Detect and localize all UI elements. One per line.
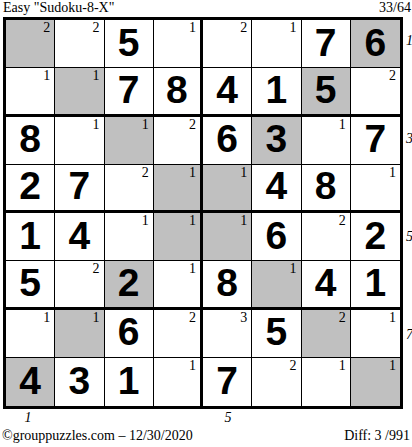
candidate-count-mark: 2 — [93, 261, 100, 276]
given-digit: 8 — [302, 165, 350, 210]
cell-r2c1[interactable]: 1 — [6, 68, 55, 116]
given-digit: 7 — [55, 165, 103, 210]
given-digit: 8 — [154, 68, 200, 113]
cell-r6c6[interactable]: 1 — [252, 261, 301, 309]
given-digit: 4 — [55, 213, 103, 260]
candidate-count-mark: 1 — [189, 165, 196, 180]
cell-r8c4[interactable]: 1 — [154, 358, 203, 406]
col-label-1: 1 — [22, 410, 34, 426]
candidate-count-mark: 1 — [389, 358, 396, 373]
given-digit: 1 — [252, 68, 300, 113]
cell-r5c2[interactable]: 4 — [55, 213, 104, 261]
cell-r5c1[interactable]: 1 — [6, 213, 55, 261]
given-digit: 7 — [351, 117, 400, 164]
candidate-count-mark: 1 — [93, 310, 100, 325]
cell-r4c1[interactable]: 2 — [6, 165, 55, 213]
cell-r5c6[interactable]: 6 — [252, 213, 301, 261]
candidate-count-mark: 1 — [389, 165, 396, 180]
cell-r2c6[interactable]: 1 — [252, 68, 301, 116]
given-digit: 3 — [55, 358, 103, 406]
cell-r6c1[interactable]: 5 — [6, 261, 55, 309]
given-digit: 5 — [105, 20, 153, 67]
given-digit: 2 — [105, 261, 153, 306]
cell-r3c6[interactable]: 3 — [252, 117, 301, 165]
row-label-7: 7 — [406, 327, 412, 343]
cell-r5c8[interactable]: 2 — [351, 213, 400, 261]
cell-r1c7[interactable]: 7 — [302, 20, 351, 68]
cell-r2c3[interactable]: 7 — [105, 68, 154, 116]
cell-r8c3[interactable]: 1 — [105, 358, 154, 406]
given-digit: 7 — [302, 20, 350, 67]
cell-r6c7[interactable]: 4 — [302, 261, 351, 309]
candidate-count-mark: 1 — [240, 213, 247, 228]
candidate-count-mark: 2 — [142, 165, 149, 180]
candidate-count-mark: 1 — [189, 261, 196, 276]
given-digit: 8 — [6, 117, 54, 164]
given-digit: 2 — [351, 213, 400, 260]
given-digit: 8 — [203, 261, 251, 306]
cell-r8c2[interactable]: 3 — [55, 358, 104, 406]
cell-r3c4[interactable]: 2 — [154, 117, 203, 165]
cell-r4c7[interactable]: 8 — [302, 165, 351, 213]
cell-r6c2[interactable]: 2 — [55, 261, 104, 309]
candidate-count-mark: 1 — [142, 117, 149, 132]
cell-r8c1[interactable]: 4 — [6, 358, 55, 406]
given-digit: 5 — [302, 68, 350, 113]
cell-r4c5[interactable]: 1 — [203, 165, 252, 213]
cell-r7c8[interactable]: 1 — [351, 310, 400, 358]
cell-r2c5[interactable]: 4 — [203, 68, 252, 116]
candidate-count-mark: 1 — [290, 261, 297, 276]
candidate-count-mark: 1 — [189, 213, 196, 228]
candidate-count-mark: 2 — [189, 117, 196, 132]
cell-r7c2[interactable]: 1 — [55, 310, 104, 358]
candidate-count-mark: 2 — [389, 68, 396, 83]
cell-r8c5[interactable]: 7 — [203, 358, 252, 406]
cell-r4c2[interactable]: 7 — [55, 165, 104, 213]
cell-r6c8[interactable]: 1 — [351, 261, 400, 309]
cell-r1c2[interactable]: 2 — [55, 20, 104, 68]
cell-r7c5[interactable]: 3 — [203, 310, 252, 358]
cell-r3c1[interactable]: 8 — [6, 117, 55, 165]
cell-r7c7[interactable]: 2 — [302, 310, 351, 358]
cell-r3c2[interactable]: 1 — [55, 117, 104, 165]
given-digit: 4 — [6, 358, 54, 406]
given-digit: 6 — [105, 310, 153, 357]
cell-r1c6[interactable]: 1 — [252, 20, 301, 68]
cell-r5c4[interactable]: 1 — [154, 213, 203, 261]
difficulty-text: Diff: 3 /991 — [344, 428, 410, 444]
candidate-count-mark: 2 — [290, 358, 297, 373]
copyright-text: ©grouppuzzles.com – 12/30/2020 — [2, 428, 193, 444]
cell-r2c2[interactable]: 1 — [55, 68, 104, 116]
cell-r6c3[interactable]: 2 — [105, 261, 154, 309]
page-title: Easy "Sudoku-8-X" — [3, 0, 114, 16]
cell-r3c7[interactable]: 1 — [302, 117, 351, 165]
candidate-count-mark: 1 — [339, 358, 346, 373]
sudoku-board: 2251217611784152811263172721148114111622… — [3, 17, 403, 409]
cell-r5c7[interactable]: 2 — [302, 213, 351, 261]
given-digit: 1 — [6, 213, 54, 260]
cell-r7c1[interactable]: 1 — [6, 310, 55, 358]
candidate-count-mark: 2 — [339, 310, 346, 325]
cell-r2c7[interactable]: 5 — [302, 68, 351, 116]
cell-r8c8[interactable]: 1 — [351, 358, 400, 406]
given-digit: 1 — [105, 358, 153, 406]
puzzle-page: Easy "Sudoku-8-X" 33/64 2251217611784152… — [0, 0, 412, 447]
candidate-count-mark: 1 — [93, 68, 100, 83]
cell-r1c8[interactable]: 6 — [351, 20, 400, 68]
given-digit: 2 — [6, 165, 54, 210]
candidate-count-mark: 2 — [240, 20, 247, 35]
candidate-count-mark: 1 — [142, 213, 149, 228]
cell-r5c5[interactable]: 1 — [203, 213, 252, 261]
cell-r6c4[interactable]: 1 — [154, 261, 203, 309]
candidate-count-mark: 1 — [189, 358, 196, 373]
given-digit: 7 — [105, 68, 153, 113]
cell-r1c5[interactable]: 2 — [203, 20, 252, 68]
cell-r7c6[interactable]: 5 — [252, 310, 301, 358]
candidate-count-mark: 1 — [240, 165, 247, 180]
given-digit: 6 — [351, 20, 400, 67]
cell-r2c4[interactable]: 8 — [154, 68, 203, 116]
cell-r3c3[interactable]: 1 — [105, 117, 154, 165]
given-digit: 4 — [252, 165, 300, 210]
cell-r3c5[interactable]: 6 — [203, 117, 252, 165]
candidate-count-mark: 1 — [93, 117, 100, 132]
given-digit: 5 — [252, 310, 300, 357]
candidate-count-mark: 1 — [189, 20, 196, 35]
candidate-count-mark: 1 — [339, 117, 346, 132]
candidate-count-mark: 2 — [189, 310, 196, 325]
cell-r7c4[interactable]: 2 — [154, 310, 203, 358]
cell-r4c3[interactable]: 2 — [105, 165, 154, 213]
cell-counter: 33/64 — [379, 0, 411, 16]
given-digit: 6 — [252, 213, 300, 260]
cell-r1c3[interactable]: 5 — [105, 20, 154, 68]
cell-r8c7[interactable]: 1 — [302, 358, 351, 406]
candidate-count-mark: 2 — [93, 20, 100, 35]
candidate-count-mark: 1 — [290, 20, 297, 35]
cell-r4c4[interactable]: 1 — [154, 165, 203, 213]
cell-r1c1[interactable]: 2 — [6, 20, 55, 68]
cell-r2c8[interactable]: 2 — [351, 68, 400, 116]
candidate-count-mark: 3 — [240, 310, 247, 325]
given-digit: 4 — [203, 68, 251, 113]
given-digit: 5 — [6, 261, 54, 306]
given-digit: 7 — [203, 358, 251, 406]
cell-r3c8[interactable]: 7 — [351, 117, 400, 165]
cell-r8c6[interactable]: 2 — [252, 358, 301, 406]
row-label-5: 5 — [406, 229, 412, 245]
candidate-count-mark: 1 — [43, 310, 50, 325]
candidate-count-mark: 2 — [43, 20, 50, 35]
candidate-count-mark: 1 — [389, 310, 396, 325]
col-label-5: 5 — [222, 410, 234, 426]
cell-r4c8[interactable]: 1 — [351, 165, 400, 213]
candidate-count-mark: 1 — [43, 68, 50, 83]
cell-r6c5[interactable]: 8 — [203, 261, 252, 309]
cell-r4c6[interactable]: 4 — [252, 165, 301, 213]
cell-r5c3[interactable]: 1 — [105, 213, 154, 261]
row-label-3: 3 — [406, 131, 412, 147]
candidate-count-mark: 2 — [339, 213, 346, 228]
given-digit: 3 — [252, 117, 300, 164]
given-digit: 6 — [203, 117, 251, 164]
row-label-1: 1 — [406, 33, 412, 49]
cell-r7c3[interactable]: 6 — [105, 310, 154, 358]
cell-r1c4[interactable]: 1 — [154, 20, 203, 68]
given-digit: 1 — [351, 261, 400, 306]
given-digit: 4 — [302, 261, 350, 306]
